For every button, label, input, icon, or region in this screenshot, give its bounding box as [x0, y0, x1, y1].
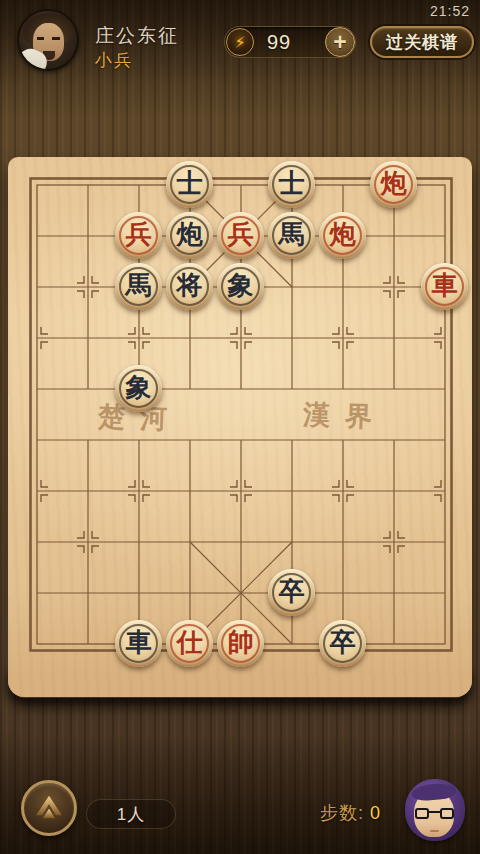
- piece-red-仕[interactable]: 仕: [166, 620, 213, 667]
- avatar-eyes: [37, 37, 60, 40]
- piece-black-象[interactable]: 象: [115, 365, 162, 412]
- players-count-pill[interactable]: 1人: [86, 799, 176, 829]
- energy-bolt-icon: ⚡: [226, 28, 254, 56]
- piece-black-象[interactable]: 象: [217, 263, 264, 310]
- piece-black-卒[interactable]: 卒: [268, 569, 315, 616]
- piece-red-車[interactable]: 車: [421, 263, 468, 310]
- piece-black-士[interactable]: 士: [166, 161, 213, 208]
- puzzle-records-button[interactable]: 过关棋谱: [370, 26, 474, 58]
- player-name: 庄公东征: [95, 23, 179, 49]
- xiangqi-board: 楚河 漢界 士士炮兵炮兵馬炮馬将象車象卒車仕帥卒: [8, 157, 472, 697]
- piece-black-卒[interactable]: 卒: [319, 620, 366, 667]
- piece-grid: 士士炮兵炮兵馬炮馬将象車象卒車仕帥卒: [11, 159, 470, 669]
- piece-black-車[interactable]: 車: [115, 620, 162, 667]
- menu-button[interactable]: [21, 780, 77, 836]
- piece-black-将[interactable]: 将: [166, 263, 213, 310]
- steps-value: 0: [370, 803, 381, 823]
- piece-red-帥[interactable]: 帥: [217, 620, 264, 667]
- energy-pill: ⚡ 99 +: [224, 26, 356, 58]
- piece-black-士[interactable]: 士: [268, 161, 315, 208]
- steps-label: 步数:: [320, 803, 364, 823]
- player-rank: 小兵: [95, 49, 133, 72]
- player-avatar[interactable]: [17, 9, 79, 71]
- energy-count: 99: [267, 31, 291, 54]
- opponent-avatar[interactable]: [402, 778, 468, 844]
- steps-counter: 步数:0: [320, 801, 381, 825]
- piece-black-炮[interactable]: 炮: [166, 212, 213, 259]
- bolt-glyph: ⚡: [234, 33, 245, 52]
- add-energy-button[interactable]: +: [325, 27, 355, 57]
- chevron-up-icon: [31, 790, 67, 826]
- clock-time: 21:52: [430, 3, 470, 19]
- piece-red-炮[interactable]: 炮: [319, 212, 366, 259]
- piece-red-兵[interactable]: 兵: [115, 212, 162, 259]
- glasses-icon: [415, 808, 454, 820]
- opponent-avatar-mouth: [430, 830, 439, 832]
- piece-red-炮[interactable]: 炮: [370, 161, 417, 208]
- piece-black-馬[interactable]: 馬: [268, 212, 315, 259]
- piece-black-馬[interactable]: 馬: [115, 263, 162, 310]
- players-count-label: 1人: [117, 803, 145, 826]
- piece-red-兵[interactable]: 兵: [217, 212, 264, 259]
